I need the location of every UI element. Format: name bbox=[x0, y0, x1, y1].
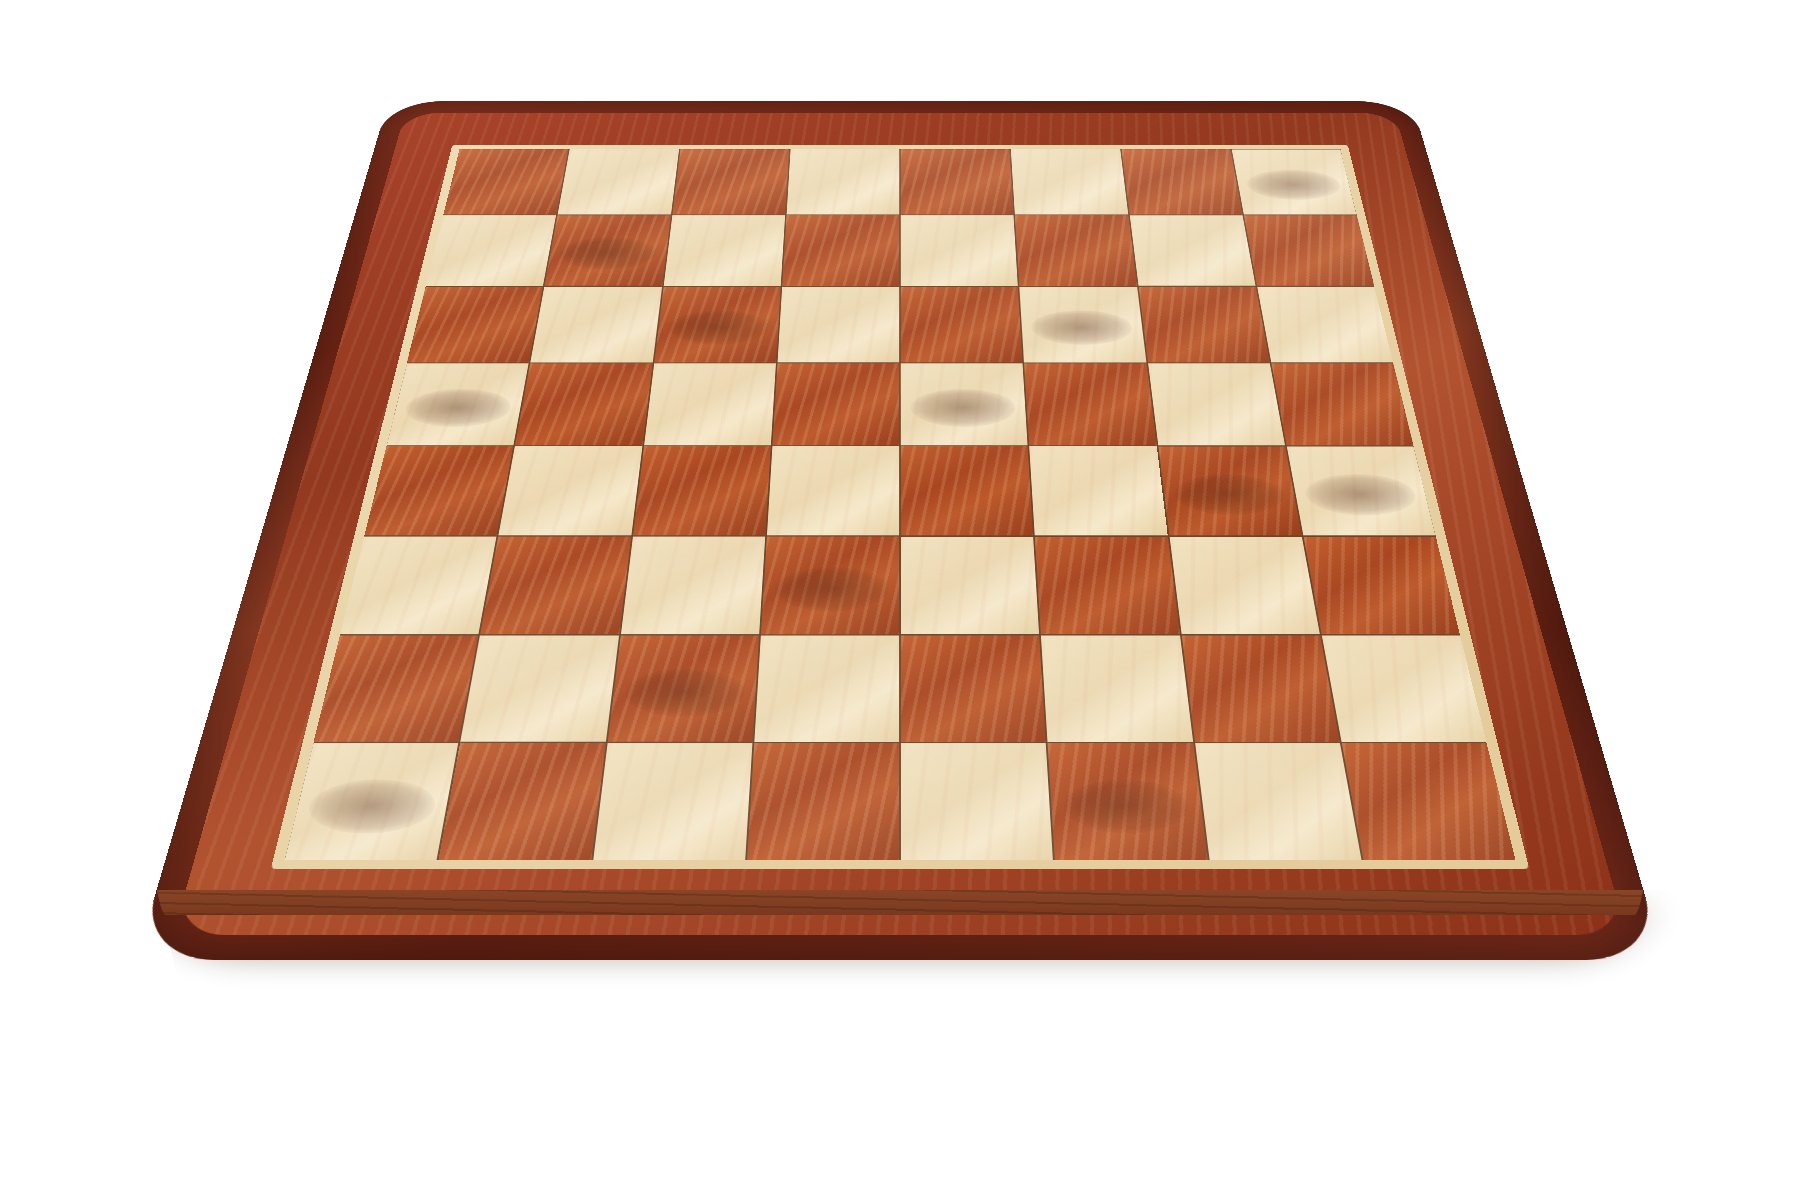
white-rook-glyph: ♜ bbox=[177, 659, 362, 855]
square-h1[interactable] bbox=[1342, 743, 1516, 860]
square-f1[interactable]: ♛ bbox=[1048, 743, 1207, 860]
square-c1[interactable] bbox=[593, 743, 752, 860]
black-rook-glyph: ♜ bbox=[1162, 67, 1299, 213]
square-e5[interactable]: ♞ bbox=[901, 363, 1028, 445]
square-h8[interactable]: ♜ bbox=[1232, 149, 1357, 214]
square-g3[interactable] bbox=[1169, 537, 1319, 634]
square-g1[interactable] bbox=[1195, 743, 1362, 860]
black-pawn-glyph: ♟ bbox=[1245, 401, 1369, 532]
square-g2[interactable] bbox=[1181, 635, 1339, 741]
square-h7[interactable] bbox=[1244, 215, 1374, 285]
black-bishop-glyph: ♝ bbox=[243, 221, 451, 442]
photo-scene: ♜♚♞♚♝♞♝♟♛♞♜♛ bbox=[0, 0, 1800, 1200]
chessboard-rosewood-frame: ♜♚♞♚♝♞♝♟♛♞♜♛ bbox=[136, 101, 1664, 960]
chessboard-grid: ♜♚♞♚♝♞♝♟♛♞♜♛ bbox=[285, 149, 1516, 860]
square-h2[interactable] bbox=[1322, 635, 1487, 741]
maple-inlay-strip: ♜♚♞♚♝♞♝♟♛♞♜♛ bbox=[271, 145, 1530, 870]
white-bishop-glyph: ♝ bbox=[1018, 302, 1235, 532]
square-b1[interactable] bbox=[439, 743, 606, 860]
black-queen-glyph: ♛ bbox=[838, 545, 1131, 855]
square-h6[interactable] bbox=[1257, 287, 1393, 363]
square-c2[interactable]: ♞ bbox=[607, 635, 759, 741]
black-knight-glyph: ♞ bbox=[459, 503, 680, 738]
square-a5[interactable]: ♝ bbox=[387, 363, 529, 445]
padauk-border: ♜♚♞♚♝♞♝♟♛♞♜♛ bbox=[173, 113, 1627, 935]
square-h3[interactable] bbox=[1303, 537, 1459, 634]
square-h4[interactable]: ♟ bbox=[1287, 446, 1436, 535]
square-g7[interactable] bbox=[1129, 215, 1255, 285]
square-a1[interactable]: ♜ bbox=[285, 743, 459, 860]
